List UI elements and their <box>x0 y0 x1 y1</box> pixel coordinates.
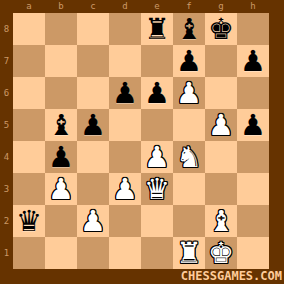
square-e1[interactable] <box>141 237 173 269</box>
square-c4[interactable] <box>77 141 109 173</box>
square-g6[interactable] <box>205 77 237 109</box>
square-f1[interactable]: ♜ <box>173 237 205 269</box>
piece-black-pawn-e6[interactable]: ♟ <box>144 77 170 109</box>
square-e4[interactable]: ♟ <box>141 141 173 173</box>
square-b3[interactable]: ♟ <box>45 173 77 205</box>
piece-black-pawn-f7[interactable]: ♟ <box>176 45 202 77</box>
square-c2[interactable]: ♟ <box>77 205 109 237</box>
square-h6[interactable] <box>237 77 269 109</box>
piece-black-queen-a2[interactable]: ♛ <box>16 205 42 237</box>
square-g3[interactable] <box>205 173 237 205</box>
file-label-c: c <box>77 0 109 13</box>
piece-black-king-g8[interactable]: ♚ <box>208 13 234 45</box>
piece-white-pawn-d3[interactable]: ♟ <box>112 173 138 205</box>
piece-black-pawn-d6[interactable]: ♟ <box>112 77 138 109</box>
rank-label-3: 3 <box>0 173 13 205</box>
chessgames-watermark: CHESSGAMES.COM <box>181 269 282 283</box>
square-b1[interactable] <box>45 237 77 269</box>
piece-white-king-g1[interactable]: ♚ <box>208 237 234 269</box>
square-a5[interactable] <box>13 109 45 141</box>
square-f6[interactable]: ♟ <box>173 77 205 109</box>
square-d2[interactable] <box>109 205 141 237</box>
rank-labels: 87654321 <box>0 13 13 269</box>
square-d6[interactable]: ♟ <box>109 77 141 109</box>
square-h8[interactable] <box>237 13 269 45</box>
square-c5[interactable]: ♟ <box>77 109 109 141</box>
piece-white-pawn-g5[interactable]: ♟ <box>208 109 234 141</box>
piece-black-pawn-h7[interactable]: ♟ <box>240 45 266 77</box>
file-label-d: d <box>109 0 141 13</box>
square-c8[interactable] <box>77 13 109 45</box>
square-g2[interactable]: ♝ <box>205 205 237 237</box>
square-b4[interactable]: ♟ <box>45 141 77 173</box>
file-label-h: h <box>237 0 269 13</box>
square-d3[interactable]: ♟ <box>109 173 141 205</box>
square-f8[interactable]: ♝ <box>173 13 205 45</box>
rank-label-2: 2 <box>0 205 13 237</box>
square-h2[interactable] <box>237 205 269 237</box>
square-e6[interactable]: ♟ <box>141 77 173 109</box>
piece-black-bishop-f8[interactable]: ♝ <box>176 13 202 45</box>
square-a8[interactable] <box>13 13 45 45</box>
square-h5[interactable]: ♟ <box>237 109 269 141</box>
chess-board: ♜♝♚♟♟♟♟♟♝♟♟♟♟♟♞♟♟♛♛♟♝♜♚ <box>13 13 269 269</box>
square-h3[interactable] <box>237 173 269 205</box>
square-h4[interactable] <box>237 141 269 173</box>
rank-label-4: 4 <box>0 141 13 173</box>
square-h7[interactable]: ♟ <box>237 45 269 77</box>
square-a4[interactable] <box>13 141 45 173</box>
square-b6[interactable] <box>45 77 77 109</box>
piece-white-rook-f1[interactable]: ♜ <box>176 237 202 269</box>
square-d8[interactable] <box>109 13 141 45</box>
piece-white-queen-e3[interactable]: ♛ <box>144 173 170 205</box>
square-f3[interactable] <box>173 173 205 205</box>
piece-black-pawn-h5[interactable]: ♟ <box>240 109 266 141</box>
rank-label-6: 6 <box>0 77 13 109</box>
square-f4[interactable]: ♞ <box>173 141 205 173</box>
square-a7[interactable] <box>13 45 45 77</box>
square-g7[interactable] <box>205 45 237 77</box>
square-f2[interactable] <box>173 205 205 237</box>
file-label-a: a <box>13 0 45 13</box>
square-e2[interactable] <box>141 205 173 237</box>
piece-black-pawn-b4[interactable]: ♟ <box>48 141 74 173</box>
square-e5[interactable] <box>141 109 173 141</box>
square-h1[interactable] <box>237 237 269 269</box>
square-c1[interactable] <box>77 237 109 269</box>
square-c6[interactable] <box>77 77 109 109</box>
piece-black-rook-e8[interactable]: ♜ <box>144 13 170 45</box>
piece-white-pawn-c2[interactable]: ♟ <box>80 205 106 237</box>
rank-label-1: 1 <box>0 237 13 269</box>
square-g5[interactable]: ♟ <box>205 109 237 141</box>
square-g8[interactable]: ♚ <box>205 13 237 45</box>
square-g1[interactable]: ♚ <box>205 237 237 269</box>
rank-label-8: 8 <box>0 13 13 45</box>
file-label-b: b <box>45 0 77 13</box>
square-a1[interactable] <box>13 237 45 269</box>
square-g4[interactable] <box>205 141 237 173</box>
square-c3[interactable] <box>77 173 109 205</box>
piece-white-pawn-b3[interactable]: ♟ <box>48 173 74 205</box>
square-d1[interactable] <box>109 237 141 269</box>
chess-board-screenshot: abcdefgh 87654321 ♜♝♚♟♟♟♟♟♝♟♟♟♟♟♞♟♟♛♛♟♝♜… <box>0 0 284 284</box>
square-e7[interactable] <box>141 45 173 77</box>
square-f5[interactable] <box>173 109 205 141</box>
square-b2[interactable] <box>45 205 77 237</box>
square-a2[interactable]: ♛ <box>13 205 45 237</box>
rank-label-7: 7 <box>0 45 13 77</box>
square-f7[interactable]: ♟ <box>173 45 205 77</box>
piece-white-pawn-f6[interactable]: ♟ <box>176 77 202 109</box>
square-e8[interactable]: ♜ <box>141 13 173 45</box>
piece-black-bishop-b5[interactable]: ♝ <box>48 109 74 141</box>
piece-white-knight-f4[interactable]: ♞ <box>176 141 202 173</box>
square-b5[interactable]: ♝ <box>45 109 77 141</box>
square-a6[interactable] <box>13 77 45 109</box>
square-a3[interactable] <box>13 173 45 205</box>
square-e3[interactable]: ♛ <box>141 173 173 205</box>
piece-black-pawn-c5[interactable]: ♟ <box>80 109 106 141</box>
piece-white-pawn-e4[interactable]: ♟ <box>144 141 170 173</box>
piece-white-bishop-g2[interactable]: ♝ <box>208 205 234 237</box>
rank-label-5: 5 <box>0 109 13 141</box>
square-b8[interactable] <box>45 13 77 45</box>
square-d5[interactable] <box>109 109 141 141</box>
square-c7[interactable] <box>77 45 109 77</box>
square-d7[interactable] <box>109 45 141 77</box>
square-d4[interactable] <box>109 141 141 173</box>
square-b7[interactable] <box>45 45 77 77</box>
